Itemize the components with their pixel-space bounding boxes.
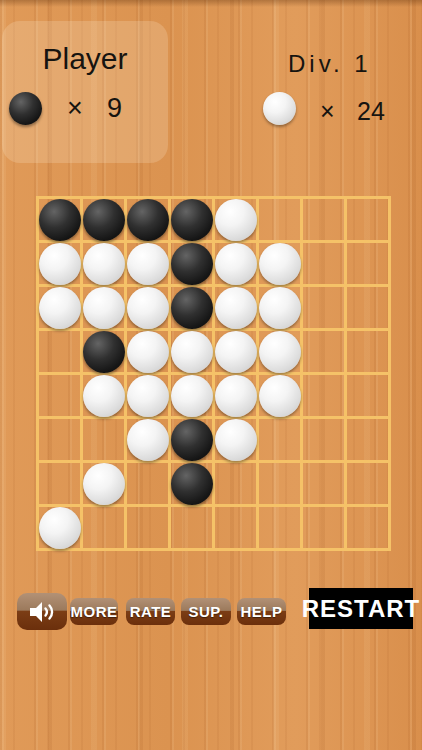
- game-screen: Player × 9 Div. 1 × 24 MORE RATE SUP. HE…: [0, 0, 422, 750]
- board-cell-f6[interactable]: [256, 416, 300, 460]
- board-cell-c6[interactable]: [124, 416, 168, 460]
- rate-button[interactable]: RATE: [126, 598, 175, 625]
- board-cell-b6[interactable]: [80, 416, 124, 460]
- board-cell-d2[interactable]: [168, 240, 212, 284]
- help-button[interactable]: HELP: [237, 598, 286, 625]
- board-cell-h6[interactable]: [344, 416, 388, 460]
- board-cell-d7[interactable]: [168, 460, 212, 504]
- board-cell-f3[interactable]: [256, 284, 300, 328]
- board-cell-e1[interactable]: [212, 196, 256, 240]
- board-cell-d6[interactable]: [168, 416, 212, 460]
- board-cell-b8[interactable]: [80, 504, 124, 548]
- board-cell-g1[interactable]: [300, 196, 344, 240]
- player-label: Player: [2, 42, 168, 76]
- board-cell-g8[interactable]: [300, 504, 344, 548]
- board-cell-b4[interactable]: [80, 328, 124, 372]
- stone-white: [127, 287, 169, 329]
- board-cell-g6[interactable]: [300, 416, 344, 460]
- stone-white: [215, 199, 257, 241]
- board-cell-h8[interactable]: [344, 504, 388, 548]
- board-cell-e4[interactable]: [212, 328, 256, 372]
- stone-white: [259, 287, 301, 329]
- board-cell-a6[interactable]: [36, 416, 80, 460]
- board-cell-e5[interactable]: [212, 372, 256, 416]
- board-cell-a4[interactable]: [36, 328, 80, 372]
- stone-white: [83, 243, 125, 285]
- board-cell-b1[interactable]: [80, 196, 124, 240]
- board-cell-e7[interactable]: [212, 460, 256, 504]
- stone-black: [171, 243, 213, 285]
- board-cell-h2[interactable]: [344, 240, 388, 284]
- reversi-board: [36, 196, 391, 551]
- board-cell-h4[interactable]: [344, 328, 388, 372]
- stone-white: [127, 243, 169, 285]
- board-cell-d3[interactable]: [168, 284, 212, 328]
- board-cell-f7[interactable]: [256, 460, 300, 504]
- board-cell-c2[interactable]: [124, 240, 168, 284]
- support-button[interactable]: SUP.: [181, 598, 231, 625]
- board-cell-d8[interactable]: [168, 504, 212, 548]
- board-cell-g4[interactable]: [300, 328, 344, 372]
- stone-white: [171, 375, 213, 417]
- opponent-white-stone-icon: [263, 92, 296, 125]
- stone-white: [259, 243, 301, 285]
- board-cell-c8[interactable]: [124, 504, 168, 548]
- stone-black: [83, 331, 125, 373]
- board-cell-f5[interactable]: [256, 372, 300, 416]
- stone-white: [127, 375, 169, 417]
- board-cell-g5[interactable]: [300, 372, 344, 416]
- board-cell-d1[interactable]: [168, 196, 212, 240]
- board-cell-g3[interactable]: [300, 284, 344, 328]
- stone-white: [39, 287, 81, 329]
- board-cell-c5[interactable]: [124, 372, 168, 416]
- stone-white: [215, 375, 257, 417]
- board-cell-g2[interactable]: [300, 240, 344, 284]
- stone-black: [171, 199, 213, 241]
- stone-white: [83, 375, 125, 417]
- stone-white: [215, 243, 257, 285]
- sound-toggle-button[interactable]: [17, 593, 67, 630]
- board-cell-c4[interactable]: [124, 328, 168, 372]
- stone-white: [39, 507, 81, 549]
- board-cell-c3[interactable]: [124, 284, 168, 328]
- board-cell-b5[interactable]: [80, 372, 124, 416]
- board-cell-a7[interactable]: [36, 460, 80, 504]
- stone-white: [259, 375, 301, 417]
- stone-black: [83, 199, 125, 241]
- board-cell-f8[interactable]: [256, 504, 300, 548]
- stone-white: [215, 331, 257, 373]
- stone-black: [39, 199, 81, 241]
- board-cell-e3[interactable]: [212, 284, 256, 328]
- player-black-stone-icon: [9, 92, 42, 125]
- board-cell-g7[interactable]: [300, 460, 344, 504]
- board-cell-e6[interactable]: [212, 416, 256, 460]
- board-cell-f2[interactable]: [256, 240, 300, 284]
- opponent-stone-count: 24: [357, 97, 385, 126]
- board-cell-b2[interactable]: [80, 240, 124, 284]
- stone-white: [127, 331, 169, 373]
- more-button[interactable]: MORE: [70, 598, 118, 625]
- player-multiply-sign: ×: [67, 93, 83, 124]
- stone-white: [39, 243, 81, 285]
- board-cell-c1[interactable]: [124, 196, 168, 240]
- stone-black: [127, 199, 169, 241]
- stone-white: [127, 419, 169, 461]
- stone-black: [171, 463, 213, 505]
- stone-white: [215, 287, 257, 329]
- board-cell-f1[interactable]: [256, 196, 300, 240]
- restart-button[interactable]: RESTART: [309, 588, 413, 629]
- board-cells: [36, 196, 388, 548]
- board-cell-e2[interactable]: [212, 240, 256, 284]
- board-cell-f4[interactable]: [256, 328, 300, 372]
- board-cell-a8[interactable]: [36, 504, 80, 548]
- stone-white: [83, 287, 125, 329]
- stone-black: [171, 419, 213, 461]
- board-cell-a5[interactable]: [36, 372, 80, 416]
- player-stone-count: 9: [107, 93, 122, 124]
- board-cell-a1[interactable]: [36, 196, 80, 240]
- opponent-multiply-sign: ×: [320, 97, 335, 126]
- board-cell-h3[interactable]: [344, 284, 388, 328]
- board-cell-h1[interactable]: [344, 196, 388, 240]
- board-cell-e8[interactable]: [212, 504, 256, 548]
- board-cell-c7[interactable]: [124, 460, 168, 504]
- board-cell-d4[interactable]: [168, 328, 212, 372]
- stone-white: [215, 419, 257, 461]
- board-cell-h5[interactable]: [344, 372, 388, 416]
- stone-white: [171, 331, 213, 373]
- speaker-icon: [27, 600, 57, 624]
- stone-white: [259, 331, 301, 373]
- board-cell-b7[interactable]: [80, 460, 124, 504]
- board-cell-b3[interactable]: [80, 284, 124, 328]
- stone-black: [171, 287, 213, 329]
- opponent-label: Div. 1: [288, 50, 372, 78]
- stone-white: [83, 463, 125, 505]
- board-cell-h7[interactable]: [344, 460, 388, 504]
- board-cell-a2[interactable]: [36, 240, 80, 284]
- board-cell-a3[interactable]: [36, 284, 80, 328]
- board-cell-d5[interactable]: [168, 372, 212, 416]
